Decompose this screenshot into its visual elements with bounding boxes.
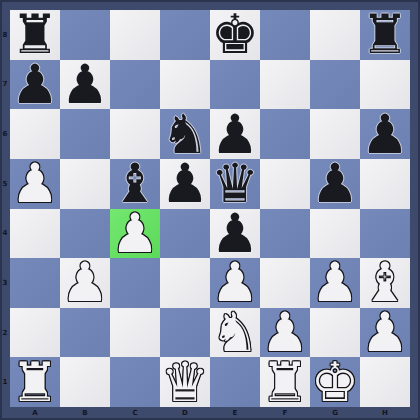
square-f5[interactable] <box>260 159 310 209</box>
square-h2[interactable]: ♟ <box>360 308 410 358</box>
square-d5[interactable]: ♟ <box>160 159 210 209</box>
square-c2[interactable] <box>110 308 160 358</box>
square-f6[interactable] <box>260 109 310 159</box>
square-c3[interactable] <box>110 258 160 308</box>
file-label-e: E <box>210 407 260 419</box>
white-pawn[interactable]: ♟ <box>361 308 409 357</box>
square-c1[interactable] <box>110 357 160 407</box>
black-queen[interactable]: ♛ <box>211 159 259 208</box>
black-bishop[interactable]: ♝ <box>111 159 159 208</box>
square-f7[interactable] <box>260 60 310 110</box>
white-pawn[interactable]: ♟ <box>261 308 309 357</box>
rank-label-8: 8 <box>0 10 10 60</box>
square-h1[interactable] <box>360 357 410 407</box>
black-pawn[interactable]: ♟ <box>61 60 109 109</box>
square-e2[interactable]: ♞ <box>210 308 260 358</box>
black-king[interactable]: ♚ <box>211 10 259 59</box>
square-b3[interactable]: ♟ <box>60 258 110 308</box>
square-d2[interactable] <box>160 308 210 358</box>
white-pawn[interactable]: ♟ <box>11 159 59 208</box>
square-b5[interactable] <box>60 159 110 209</box>
white-queen[interactable]: ♛ <box>161 358 209 407</box>
white-rook[interactable]: ♜ <box>261 358 309 407</box>
square-g7[interactable] <box>310 60 360 110</box>
square-c7[interactable] <box>110 60 160 110</box>
square-e1[interactable] <box>210 357 260 407</box>
square-g3[interactable]: ♟ <box>310 258 360 308</box>
square-c8[interactable] <box>110 10 160 60</box>
square-b1[interactable] <box>60 357 110 407</box>
square-g5[interactable]: ♟ <box>310 159 360 209</box>
square-f8[interactable] <box>260 10 310 60</box>
rank-label-6: 6 <box>0 109 10 159</box>
file-label-h: H <box>360 407 410 419</box>
white-pawn[interactable]: ♟ <box>311 258 359 307</box>
square-b2[interactable] <box>60 308 110 358</box>
black-pawn[interactable]: ♟ <box>361 110 409 159</box>
file-label-a: A <box>10 407 60 419</box>
file-label-f: F <box>260 407 310 419</box>
square-b7[interactable]: ♟ <box>60 60 110 110</box>
square-b6[interactable] <box>60 109 110 159</box>
rank-label-3: 3 <box>0 258 10 308</box>
square-f4[interactable] <box>260 209 310 259</box>
square-a7[interactable]: ♟ <box>10 60 60 110</box>
white-rook[interactable]: ♜ <box>11 358 59 407</box>
rank-label-7: 7 <box>0 60 10 110</box>
black-rook[interactable]: ♜ <box>361 10 409 59</box>
square-g8[interactable] <box>310 10 360 60</box>
square-f1[interactable]: ♜ <box>260 357 310 407</box>
square-c4[interactable]: ♟ <box>110 209 160 259</box>
file-label-c: C <box>110 407 160 419</box>
black-pawn[interactable]: ♟ <box>311 159 359 208</box>
black-rook[interactable]: ♜ <box>11 10 59 59</box>
rank-label-4: 4 <box>0 209 10 259</box>
square-h6[interactable]: ♟ <box>360 109 410 159</box>
square-h7[interactable] <box>360 60 410 110</box>
square-a2[interactable] <box>10 308 60 358</box>
chess-board-window: ♜♚♜♟♟♞♟♟♟♝♟♛♟♟♟♟♟♟♝♞♟♟♜♛♜♚ 87654321 ABCD… <box>0 0 420 420</box>
square-a3[interactable] <box>10 258 60 308</box>
black-pawn[interactable]: ♟ <box>161 159 209 208</box>
square-d8[interactable] <box>160 10 210 60</box>
file-label-g: G <box>310 407 360 419</box>
rank-label-2: 2 <box>0 308 10 358</box>
square-d3[interactable] <box>160 258 210 308</box>
square-f2[interactable]: ♟ <box>260 308 310 358</box>
square-a1[interactable]: ♜ <box>10 357 60 407</box>
square-d4[interactable] <box>160 209 210 259</box>
file-label-b: B <box>60 407 110 419</box>
square-e8[interactable]: ♚ <box>210 10 260 60</box>
black-pawn[interactable]: ♟ <box>11 60 59 109</box>
board-grid: ♜♚♜♟♟♞♟♟♟♝♟♛♟♟♟♟♟♟♝♞♟♟♜♛♜♚ <box>10 10 410 407</box>
square-a5[interactable]: ♟ <box>10 159 60 209</box>
rank-label-5: 5 <box>0 159 10 209</box>
square-g1[interactable]: ♚ <box>310 357 360 407</box>
square-h5[interactable] <box>360 159 410 209</box>
square-e7[interactable] <box>210 60 260 110</box>
square-g2[interactable] <box>310 308 360 358</box>
rank-label-1: 1 <box>0 357 10 407</box>
white-king[interactable]: ♚ <box>311 358 359 407</box>
white-knight[interactable]: ♞ <box>211 308 259 357</box>
square-a4[interactable] <box>10 209 60 259</box>
square-h8[interactable]: ♜ <box>360 10 410 60</box>
white-pawn[interactable]: ♟ <box>111 209 159 258</box>
file-label-d: D <box>160 407 210 419</box>
white-pawn[interactable]: ♟ <box>61 258 109 307</box>
square-d7[interactable] <box>160 60 210 110</box>
square-d1[interactable]: ♛ <box>160 357 210 407</box>
